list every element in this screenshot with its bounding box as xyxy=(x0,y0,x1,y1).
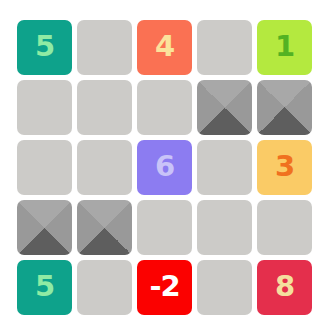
tile-value: 8 xyxy=(275,272,294,301)
tile-value: 3 xyxy=(275,152,294,181)
tile-empty[interactable] xyxy=(197,200,252,255)
tile-value: 5 xyxy=(35,272,54,301)
tile-value: 5 xyxy=(35,32,54,61)
tile-value: 1 xyxy=(275,32,294,61)
tile-number[interactable]: 5 xyxy=(17,260,72,315)
puzzle-board: 541635-28 xyxy=(17,20,312,315)
tile-value: 6 xyxy=(155,152,174,181)
tile-number[interactable]: 1 xyxy=(257,20,312,75)
tile-value: 4 xyxy=(155,32,174,61)
tile-value: -2 xyxy=(149,272,179,301)
tile-empty[interactable] xyxy=(257,200,312,255)
tile-number[interactable]: 5 xyxy=(17,20,72,75)
tile-empty[interactable] xyxy=(77,260,132,315)
tile-number[interactable]: 8 xyxy=(257,260,312,315)
tile-number[interactable]: 6 xyxy=(137,140,192,195)
tile-empty[interactable] xyxy=(137,80,192,135)
pyramid-obstacle-icon xyxy=(17,200,72,255)
tile-empty[interactable] xyxy=(77,20,132,75)
tile-empty[interactable] xyxy=(197,20,252,75)
pyramid-obstacle-icon xyxy=(77,200,132,255)
tile-number[interactable]: 4 xyxy=(137,20,192,75)
pyramid-obstacle-icon xyxy=(257,80,312,135)
pyramid-obstacle-icon xyxy=(197,80,252,135)
tile-empty[interactable] xyxy=(17,80,72,135)
tile-empty[interactable] xyxy=(197,140,252,195)
tile-number[interactable]: -2 xyxy=(137,260,192,315)
tile-empty[interactable] xyxy=(77,140,132,195)
tile-empty[interactable] xyxy=(17,140,72,195)
tile-empty[interactable] xyxy=(137,200,192,255)
tile-empty[interactable] xyxy=(197,260,252,315)
tile-empty[interactable] xyxy=(77,80,132,135)
tile-number[interactable]: 3 xyxy=(257,140,312,195)
